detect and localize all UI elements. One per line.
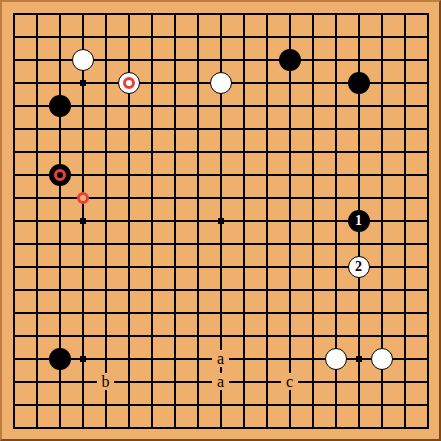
board-point[interactable]	[370, 117, 393, 140]
board-point[interactable]	[324, 209, 347, 232]
board-point[interactable]	[71, 209, 94, 232]
board-point[interactable]	[370, 140, 393, 163]
board-point[interactable]	[71, 347, 94, 370]
board-point[interactable]	[255, 140, 278, 163]
board-point[interactable]	[163, 232, 186, 255]
board-point[interactable]	[232, 2, 255, 25]
board-point[interactable]	[232, 117, 255, 140]
board-point[interactable]	[25, 416, 48, 439]
board-point[interactable]	[347, 370, 370, 393]
board-point[interactable]	[324, 2, 347, 25]
board-point[interactable]	[186, 186, 209, 209]
board-point[interactable]	[2, 393, 25, 416]
board-point[interactable]	[163, 347, 186, 370]
board-point[interactable]	[301, 209, 324, 232]
board-point[interactable]	[117, 393, 140, 416]
board-point[interactable]	[232, 255, 255, 278]
board-point[interactable]	[278, 163, 301, 186]
board-point[interactable]	[370, 393, 393, 416]
board-point[interactable]	[232, 71, 255, 94]
board-point[interactable]	[209, 163, 232, 186]
board-point[interactable]	[48, 140, 71, 163]
board-point[interactable]	[416, 71, 439, 94]
board-point[interactable]	[301, 393, 324, 416]
board-point[interactable]	[324, 232, 347, 255]
board-point[interactable]	[48, 324, 71, 347]
board-point[interactable]	[94, 347, 117, 370]
board-point[interactable]	[2, 324, 25, 347]
board-point[interactable]	[163, 2, 186, 25]
board-point[interactable]	[25, 324, 48, 347]
board-point[interactable]	[278, 71, 301, 94]
board-point[interactable]	[48, 25, 71, 48]
board-point[interactable]	[255, 347, 278, 370]
board-point[interactable]	[117, 255, 140, 278]
board-point[interactable]	[255, 301, 278, 324]
board-point[interactable]	[278, 25, 301, 48]
board-point[interactable]	[301, 301, 324, 324]
board-point[interactable]	[71, 94, 94, 117]
board-point[interactable]	[255, 416, 278, 439]
board-point[interactable]	[347, 232, 370, 255]
board-point[interactable]	[324, 25, 347, 48]
board-point[interactable]	[370, 255, 393, 278]
board-point[interactable]	[393, 71, 416, 94]
board-point[interactable]	[117, 209, 140, 232]
board-point[interactable]	[324, 94, 347, 117]
board-point[interactable]	[163, 25, 186, 48]
board-point[interactable]	[186, 301, 209, 324]
board-point[interactable]	[186, 71, 209, 94]
board-point[interactable]	[255, 94, 278, 117]
board-point[interactable]	[278, 209, 301, 232]
board-point[interactable]	[255, 71, 278, 94]
board-point[interactable]	[71, 370, 94, 393]
board-point[interactable]	[94, 209, 117, 232]
board-point[interactable]	[186, 2, 209, 25]
board-point[interactable]	[117, 278, 140, 301]
board-point[interactable]	[278, 94, 301, 117]
board-point[interactable]	[370, 94, 393, 117]
board-point[interactable]	[324, 163, 347, 186]
board-point[interactable]	[324, 347, 347, 370]
board-point[interactable]	[209, 324, 232, 347]
board-point[interactable]	[209, 255, 232, 278]
board-point[interactable]	[94, 393, 117, 416]
board-point[interactable]	[2, 117, 25, 140]
board-point[interactable]	[370, 347, 393, 370]
board-point[interactable]	[416, 255, 439, 278]
board-point[interactable]	[163, 370, 186, 393]
board-point[interactable]	[393, 232, 416, 255]
board-point[interactable]	[416, 163, 439, 186]
board-point[interactable]	[347, 278, 370, 301]
board-point[interactable]	[140, 370, 163, 393]
board-point[interactable]: a	[209, 370, 232, 393]
board-point[interactable]	[255, 370, 278, 393]
board-point[interactable]	[416, 301, 439, 324]
board-point[interactable]	[2, 255, 25, 278]
board-point[interactable]	[301, 278, 324, 301]
board-point[interactable]	[255, 2, 278, 25]
board-point[interactable]: 2	[347, 255, 370, 278]
board-point[interactable]	[324, 48, 347, 71]
board-point[interactable]	[324, 370, 347, 393]
board-point[interactable]	[140, 393, 163, 416]
board-point[interactable]	[347, 94, 370, 117]
board-point[interactable]	[94, 140, 117, 163]
board-point[interactable]	[2, 278, 25, 301]
board-point[interactable]	[347, 186, 370, 209]
board-point[interactable]	[278, 416, 301, 439]
board-point[interactable]	[71, 416, 94, 439]
board-point[interactable]	[324, 255, 347, 278]
board-point[interactable]	[117, 140, 140, 163]
board-point[interactable]	[140, 232, 163, 255]
board-point[interactable]	[209, 186, 232, 209]
board-point[interactable]	[301, 140, 324, 163]
board-point[interactable]	[370, 71, 393, 94]
board-point[interactable]	[232, 25, 255, 48]
board-point[interactable]	[117, 416, 140, 439]
board-point[interactable]: a	[209, 347, 232, 370]
board-point[interactable]	[186, 232, 209, 255]
board-point[interactable]	[393, 324, 416, 347]
board-point[interactable]	[140, 278, 163, 301]
board-point[interactable]	[393, 25, 416, 48]
board-point[interactable]	[232, 301, 255, 324]
board-point[interactable]	[25, 117, 48, 140]
board-point[interactable]	[163, 48, 186, 71]
board-point[interactable]	[186, 347, 209, 370]
board-point[interactable]	[48, 117, 71, 140]
board-point[interactable]	[25, 393, 48, 416]
board-point[interactable]	[370, 48, 393, 71]
board-point[interactable]	[117, 324, 140, 347]
board-point[interactable]	[393, 140, 416, 163]
board-point[interactable]	[48, 209, 71, 232]
board-point[interactable]	[347, 140, 370, 163]
board-point[interactable]	[416, 2, 439, 25]
board-point[interactable]	[48, 186, 71, 209]
board-point[interactable]	[370, 416, 393, 439]
board-point[interactable]	[71, 186, 94, 209]
board-point[interactable]	[94, 163, 117, 186]
board-point[interactable]	[25, 186, 48, 209]
board-point[interactable]	[140, 94, 163, 117]
board-point[interactable]	[25, 301, 48, 324]
board-point[interactable]	[140, 2, 163, 25]
board-point[interactable]	[2, 163, 25, 186]
board-point[interactable]	[416, 48, 439, 71]
board-point[interactable]	[232, 278, 255, 301]
board-point[interactable]	[94, 186, 117, 209]
board-point[interactable]	[94, 324, 117, 347]
board-point[interactable]	[370, 324, 393, 347]
board-point[interactable]	[48, 94, 71, 117]
board-point[interactable]	[2, 25, 25, 48]
board-point[interactable]	[117, 117, 140, 140]
board-point[interactable]	[94, 94, 117, 117]
board-point[interactable]	[163, 393, 186, 416]
board-point[interactable]	[25, 2, 48, 25]
board-point[interactable]	[2, 186, 25, 209]
board-point[interactable]	[186, 25, 209, 48]
board-point[interactable]	[393, 416, 416, 439]
board-point[interactable]	[416, 186, 439, 209]
board-point[interactable]: 1	[347, 209, 370, 232]
board-point[interactable]	[255, 255, 278, 278]
board-point[interactable]	[370, 209, 393, 232]
board-point[interactable]	[163, 255, 186, 278]
board-point[interactable]	[255, 278, 278, 301]
board-point[interactable]	[301, 347, 324, 370]
board-point[interactable]	[140, 48, 163, 71]
board-point[interactable]	[71, 232, 94, 255]
board-point[interactable]	[255, 163, 278, 186]
board-point[interactable]	[209, 71, 232, 94]
board-point[interactable]	[94, 117, 117, 140]
board-point[interactable]	[94, 25, 117, 48]
board-point[interactable]	[140, 416, 163, 439]
board-point[interactable]	[117, 2, 140, 25]
board-point[interactable]	[71, 163, 94, 186]
board-point[interactable]	[255, 117, 278, 140]
board-point[interactable]	[416, 278, 439, 301]
board-point[interactable]	[255, 186, 278, 209]
board-point[interactable]	[347, 301, 370, 324]
board-point[interactable]	[163, 301, 186, 324]
board-point[interactable]	[370, 186, 393, 209]
board-point[interactable]	[94, 255, 117, 278]
board-point[interactable]	[117, 48, 140, 71]
board-point[interactable]	[186, 94, 209, 117]
board-point[interactable]	[186, 324, 209, 347]
board-point[interactable]	[301, 186, 324, 209]
board-point[interactable]	[209, 232, 232, 255]
board-point[interactable]	[25, 370, 48, 393]
board-point[interactable]	[255, 324, 278, 347]
board-point[interactable]	[209, 2, 232, 25]
board-point[interactable]	[232, 393, 255, 416]
board-point[interactable]	[2, 232, 25, 255]
board-point[interactable]	[163, 140, 186, 163]
board-point[interactable]	[232, 370, 255, 393]
board-point[interactable]	[301, 163, 324, 186]
board-point[interactable]: b	[94, 370, 117, 393]
board-point[interactable]	[48, 255, 71, 278]
board-point[interactable]	[163, 209, 186, 232]
board-point[interactable]	[347, 416, 370, 439]
board-point[interactable]	[25, 255, 48, 278]
board-point[interactable]	[232, 140, 255, 163]
board-point[interactable]	[163, 278, 186, 301]
board-point[interactable]	[232, 48, 255, 71]
board-point[interactable]	[94, 416, 117, 439]
board-point[interactable]	[71, 393, 94, 416]
board-point[interactable]	[209, 301, 232, 324]
board-point[interactable]	[209, 209, 232, 232]
board-point[interactable]	[416, 140, 439, 163]
board-point[interactable]	[163, 324, 186, 347]
board-point[interactable]	[140, 209, 163, 232]
board-point[interactable]	[393, 301, 416, 324]
board-point[interactable]	[186, 140, 209, 163]
board-point[interactable]	[48, 2, 71, 25]
board-point[interactable]	[209, 140, 232, 163]
board-point[interactable]	[48, 393, 71, 416]
board-point[interactable]	[2, 2, 25, 25]
board-point[interactable]	[324, 324, 347, 347]
board-point[interactable]	[278, 140, 301, 163]
board-point[interactable]	[301, 2, 324, 25]
board-point[interactable]	[301, 25, 324, 48]
board-point[interactable]	[163, 163, 186, 186]
board-point[interactable]	[255, 209, 278, 232]
board-point[interactable]	[2, 370, 25, 393]
board-point[interactable]	[416, 370, 439, 393]
board-point[interactable]	[25, 232, 48, 255]
board-point[interactable]	[347, 324, 370, 347]
board-point[interactable]	[347, 25, 370, 48]
board-point[interactable]	[140, 140, 163, 163]
board-point[interactable]	[163, 71, 186, 94]
board-point[interactable]	[301, 94, 324, 117]
board-point[interactable]	[140, 324, 163, 347]
board-point[interactable]	[393, 255, 416, 278]
board-point[interactable]	[71, 278, 94, 301]
board-point[interactable]	[347, 71, 370, 94]
board-point[interactable]	[186, 255, 209, 278]
board-point[interactable]	[301, 48, 324, 71]
board-point[interactable]	[94, 71, 117, 94]
board-point[interactable]	[25, 94, 48, 117]
board-point[interactable]	[416, 209, 439, 232]
board-point[interactable]	[393, 48, 416, 71]
board-point[interactable]	[324, 117, 347, 140]
board-point[interactable]	[25, 209, 48, 232]
board-point[interactable]	[186, 370, 209, 393]
board-point[interactable]	[2, 416, 25, 439]
board-point[interactable]	[416, 232, 439, 255]
board-point[interactable]	[278, 232, 301, 255]
board-point[interactable]	[278, 48, 301, 71]
board-point[interactable]	[117, 186, 140, 209]
board-point[interactable]	[324, 301, 347, 324]
board-point[interactable]	[209, 393, 232, 416]
board-point[interactable]	[140, 117, 163, 140]
board-point[interactable]	[393, 278, 416, 301]
board-point[interactable]	[393, 347, 416, 370]
board-point[interactable]	[255, 25, 278, 48]
board-point[interactable]	[94, 278, 117, 301]
board-point[interactable]	[324, 71, 347, 94]
board-point[interactable]	[232, 186, 255, 209]
board-point[interactable]	[232, 232, 255, 255]
board-point[interactable]	[117, 232, 140, 255]
board-point[interactable]	[232, 94, 255, 117]
board-point[interactable]	[393, 163, 416, 186]
board-point[interactable]	[140, 301, 163, 324]
board-point[interactable]	[186, 117, 209, 140]
board-point[interactable]	[370, 301, 393, 324]
board-point[interactable]	[2, 301, 25, 324]
board-point[interactable]	[278, 117, 301, 140]
board-point[interactable]	[2, 71, 25, 94]
board-point[interactable]	[324, 416, 347, 439]
board-point[interactable]	[232, 163, 255, 186]
board-point[interactable]	[416, 25, 439, 48]
board-point[interactable]	[393, 117, 416, 140]
board-point[interactable]	[25, 25, 48, 48]
board-point[interactable]	[324, 278, 347, 301]
board-point[interactable]	[25, 140, 48, 163]
board-point[interactable]	[140, 163, 163, 186]
board-point[interactable]	[48, 347, 71, 370]
board-point[interactable]	[347, 117, 370, 140]
board-point[interactable]	[301, 71, 324, 94]
board-point[interactable]	[393, 370, 416, 393]
board-point[interactable]	[117, 370, 140, 393]
board-point[interactable]: c	[278, 370, 301, 393]
board-point[interactable]	[140, 255, 163, 278]
board-point[interactable]	[370, 163, 393, 186]
board-point[interactable]	[301, 324, 324, 347]
board-point[interactable]	[163, 186, 186, 209]
board-point[interactable]	[48, 301, 71, 324]
board-point[interactable]	[48, 278, 71, 301]
board-point[interactable]	[186, 393, 209, 416]
board-point[interactable]	[71, 117, 94, 140]
board-point[interactable]	[209, 25, 232, 48]
board-point[interactable]	[255, 232, 278, 255]
board-point[interactable]	[140, 71, 163, 94]
board-point[interactable]	[324, 393, 347, 416]
board-point[interactable]	[301, 416, 324, 439]
board-point[interactable]	[347, 48, 370, 71]
board-point[interactable]	[209, 94, 232, 117]
board-point[interactable]	[25, 278, 48, 301]
board-point[interactable]	[71, 255, 94, 278]
board-point[interactable]	[94, 301, 117, 324]
board-point[interactable]	[370, 278, 393, 301]
board-point[interactable]	[209, 278, 232, 301]
board-point[interactable]	[71, 71, 94, 94]
board-point[interactable]	[117, 71, 140, 94]
board-point[interactable]	[393, 186, 416, 209]
board-point[interactable]	[209, 48, 232, 71]
board-point[interactable]	[278, 324, 301, 347]
board-point[interactable]	[278, 186, 301, 209]
board-point[interactable]	[370, 370, 393, 393]
board-point[interactable]	[48, 71, 71, 94]
board-point[interactable]	[393, 94, 416, 117]
board-point[interactable]	[232, 416, 255, 439]
board-point[interactable]	[117, 94, 140, 117]
board-point[interactable]	[393, 2, 416, 25]
board-point[interactable]	[393, 209, 416, 232]
board-point[interactable]	[232, 209, 255, 232]
board-point[interactable]	[416, 393, 439, 416]
board-point[interactable]	[71, 140, 94, 163]
board-point[interactable]	[416, 324, 439, 347]
board-point[interactable]	[71, 48, 94, 71]
board-point[interactable]	[278, 393, 301, 416]
board-point[interactable]	[278, 347, 301, 370]
board-point[interactable]	[71, 2, 94, 25]
board-point[interactable]	[347, 347, 370, 370]
board-point[interactable]	[393, 393, 416, 416]
